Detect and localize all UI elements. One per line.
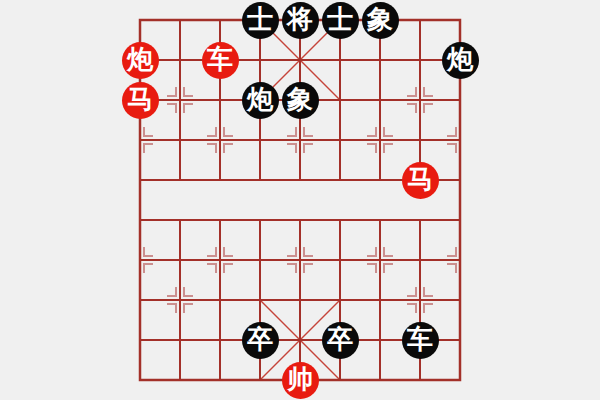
piece-glyph: 马 — [127, 87, 153, 113]
piece-red-cannon[interactable]: 炮 — [122, 42, 159, 79]
piece-glyph: 炮 — [127, 47, 153, 73]
piece-glyph: 象 — [367, 7, 393, 33]
piece-red-horse[interactable]: 马 — [402, 162, 439, 199]
piece-black-pawn[interactable]: 卒 — [322, 322, 359, 359]
piece-black-general[interactable]: 将 — [282, 2, 319, 39]
piece-glyph: 炮 — [447, 47, 473, 73]
piece-red-general[interactable]: 帅 — [282, 362, 319, 399]
piece-black-advisor[interactable]: 士 — [322, 2, 359, 39]
piece-glyph: 卒 — [327, 327, 353, 353]
piece-glyph: 车 — [207, 47, 233, 73]
piece-black-pawn[interactable]: 卒 — [242, 322, 279, 359]
piece-black-cannon[interactable]: 炮 — [242, 82, 279, 119]
piece-glyph: 士 — [247, 7, 273, 33]
piece-black-elephant[interactable]: 象 — [362, 2, 399, 39]
xiangqi-diagram: 士将士象炮车炮马炮象马卒卒车帅 — [0, 0, 600, 400]
piece-glyph: 象 — [287, 87, 313, 113]
piece-glyph: 车 — [407, 327, 433, 353]
piece-black-chariot[interactable]: 车 — [402, 322, 439, 359]
piece-black-cannon[interactable]: 炮 — [442, 42, 479, 79]
piece-black-advisor[interactable]: 士 — [242, 2, 279, 39]
piece-red-chariot[interactable]: 车 — [202, 42, 239, 79]
piece-glyph: 士 — [327, 7, 353, 33]
piece-glyph: 马 — [407, 167, 433, 193]
piece-glyph: 卒 — [247, 327, 273, 353]
piece-glyph: 将 — [287, 7, 313, 33]
xiangqi-board[interactable]: 士将士象炮车炮马炮象马卒卒车帅 — [120, 0, 480, 400]
piece-glyph: 帅 — [287, 367, 313, 393]
piece-glyph: 炮 — [247, 87, 273, 113]
piece-black-elephant[interactable]: 象 — [282, 82, 319, 119]
piece-red-horse[interactable]: 马 — [122, 82, 159, 119]
